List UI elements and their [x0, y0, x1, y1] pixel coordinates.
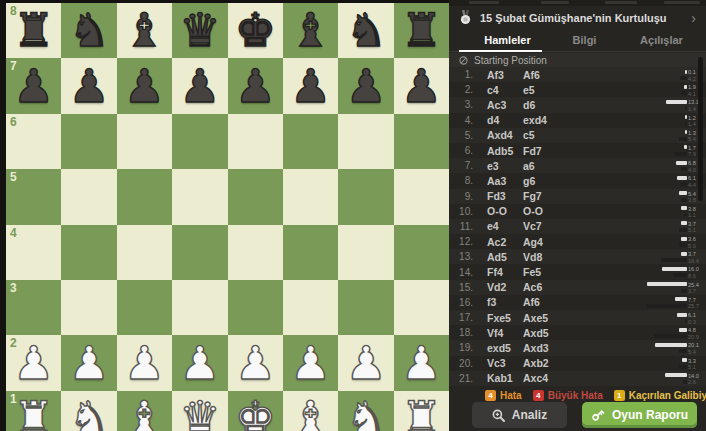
- square-f4[interactable]: [283, 225, 338, 280]
- white-time-bar: 3.6: [681, 236, 702, 241]
- white-move[interactable]: Ff4: [487, 264, 503, 279]
- event-header[interactable]: 15 Şubat Gümüşhane'nin Kurtuluşu ›: [449, 6, 706, 29]
- square-c3[interactable]: [117, 280, 172, 335]
- piece-white-p[interactable]: ♟: [179, 336, 220, 391]
- piece-black-r[interactable]: ♜: [401, 3, 442, 58]
- white-time-bar: 3.7: [681, 221, 702, 226]
- white-time-bar: 25.4: [647, 282, 702, 287]
- move-row: 14.Ff4Fe516.08.6: [449, 264, 706, 279]
- square-d4[interactable]: [172, 225, 227, 280]
- black-time-bar: 20.9: [654, 334, 702, 339]
- move-number: 8.: [455, 173, 473, 188]
- piece-black-p[interactable]: ♟: [13, 59, 54, 114]
- starting-position-row[interactable]: Starting Position: [449, 53, 706, 67]
- move-row: 9.Fd3Fg75.43.8: [449, 189, 706, 204]
- square-f3[interactable]: [283, 280, 338, 335]
- black-move[interactable]: Af6: [523, 295, 540, 310]
- move-number: 20.: [455, 356, 473, 371]
- black-time-bar: 1.1: [685, 212, 702, 217]
- piece-white-p[interactable]: ♟: [68, 336, 109, 391]
- game-summary: 4Hata4Büyük Hata1Kaçırılan Galibiyet: [449, 388, 706, 402]
- square-h7[interactable]: ♟: [394, 58, 449, 113]
- move-row: 11.e4Vc73.75.1: [449, 219, 706, 234]
- move-number: 17.: [455, 310, 473, 325]
- move-row: 6.Adb5Fd71.77.9: [449, 143, 706, 158]
- piece-white-k[interactable]: ♚: [235, 391, 276, 431]
- piece-black-p[interactable]: ♟: [345, 59, 386, 114]
- summary-count-badge: 1: [614, 390, 625, 401]
- square-f8[interactable]: ♝: [283, 3, 338, 58]
- white-move[interactable]: f3: [487, 295, 496, 310]
- chess-board[interactable]: 8♜♞♝♛♚♝♞♜7♟♟♟♟♟♟♟♟65432♟♟♟♟♟♟♟♟1♜♞♝♛♚♝♞♜: [6, 3, 449, 431]
- piece-black-b[interactable]: ♝: [124, 3, 165, 58]
- piece-black-p[interactable]: ♟: [235, 59, 276, 114]
- magnifier-plus-icon: [492, 409, 505, 422]
- move-number: 1.: [455, 67, 473, 82]
- black-move[interactable]: Vd8: [523, 249, 542, 264]
- black-time-bar: 8.6: [673, 273, 702, 278]
- rank-label-5: 5: [10, 170, 17, 184]
- black-move[interactable]: e5: [523, 82, 535, 97]
- piece-white-p[interactable]: ♟: [290, 336, 331, 391]
- square-e1[interactable]: ♚: [228, 391, 283, 431]
- square-d7[interactable]: ♟: [172, 58, 227, 113]
- black-move[interactable]: Axc4: [523, 371, 548, 386]
- black-move[interactable]: d6: [523, 97, 535, 112]
- black-move[interactable]: g6: [523, 173, 535, 188]
- white-move[interactable]: Aa3: [487, 173, 506, 188]
- black-move[interactable]: Af6: [523, 67, 540, 82]
- square-f2[interactable]: ♟: [283, 335, 338, 390]
- summary-label: Büyük Hata: [548, 390, 603, 401]
- white-move[interactable]: Ad5: [487, 249, 507, 264]
- square-a7[interactable]: 7♟: [6, 58, 61, 113]
- black-move[interactable]: Ag4: [523, 234, 543, 249]
- square-h2[interactable]: ♟: [394, 335, 449, 390]
- square-e8[interactable]: ♚: [228, 3, 283, 58]
- tab-hamleler[interactable]: Hamleler: [469, 29, 546, 51]
- move-row: 8.Aa3g66.14.4: [449, 173, 706, 188]
- square-g2[interactable]: ♟: [338, 335, 393, 390]
- black-move[interactable]: Vc7: [523, 219, 542, 234]
- black-time-bar: 2.6: [683, 379, 702, 384]
- tab-bilgi[interactable]: Bilgi: [546, 29, 623, 51]
- move-number: 18.: [455, 325, 473, 340]
- summary-ka-r-lan-galibiyet[interactable]: 1Kaçırılan Galibiyet: [614, 390, 706, 401]
- move-row: 18.Vf4Axd54.820.9: [449, 325, 706, 340]
- white-move[interactable]: c4: [487, 82, 499, 97]
- square-b3[interactable]: [61, 280, 116, 335]
- white-time-bar: 3.7: [681, 251, 702, 256]
- move-number: 4.: [455, 113, 473, 128]
- square-h6[interactable]: [394, 114, 449, 169]
- square-a5[interactable]: 5: [6, 169, 61, 224]
- square-a1[interactable]: 1♜: [6, 391, 61, 431]
- move-number: 11.: [455, 219, 473, 234]
- move-row: 5.Axd4c51.35.4: [449, 128, 706, 143]
- white-time-bar: 4.8: [679, 327, 702, 332]
- starting-position-label: Starting Position: [474, 55, 547, 66]
- white-time-bar: 3.8: [681, 206, 702, 211]
- square-b1[interactable]: ♞: [61, 391, 116, 431]
- move-number: 21.: [455, 371, 473, 386]
- square-b5[interactable]: [61, 169, 116, 224]
- piece-black-n[interactable]: ♞: [68, 3, 109, 58]
- move-row: 3.Ac3d613.11.4: [449, 97, 706, 112]
- white-time-bar: 7.7: [675, 297, 702, 302]
- piece-white-p[interactable]: ♟: [235, 336, 276, 391]
- white-move[interactable]: Axd4: [487, 128, 513, 143]
- square-g7[interactable]: ♟: [338, 58, 393, 113]
- black-time-bar: 5.4: [679, 349, 703, 354]
- white-move[interactable]: e3: [487, 158, 499, 173]
- move-row: 1.Af3Af60.14.2: [449, 67, 706, 82]
- square-a8[interactable]: 8♜: [6, 3, 61, 58]
- game-report-button[interactable]: Oyun Raporu: [582, 402, 697, 428]
- white-move[interactable]: Kab1: [487, 371, 513, 386]
- square-e3[interactable]: [228, 280, 283, 335]
- tab-bar: HamlelerBilgiAçılışlar: [449, 29, 706, 52]
- white-time-bar: 16.0: [662, 266, 702, 271]
- medal-icon: [459, 10, 472, 25]
- white-move[interactable]: Af3: [487, 67, 504, 82]
- move-number: 12.: [455, 234, 473, 249]
- square-c1[interactable]: ♝: [117, 391, 172, 431]
- chevron-right-icon[interactable]: ›: [691, 11, 696, 25]
- slashed-circle-icon: [459, 56, 468, 65]
- analysis-panel: 15 Şubat Gümüşhane'nin Kurtuluşu › Hamle…: [449, 0, 706, 431]
- white-move[interactable]: Vd2: [487, 280, 506, 295]
- rank-label-1: 1: [10, 392, 17, 406]
- move-row: 15.Vd2Ac625.43.7: [449, 280, 706, 295]
- white-move[interactable]: Ac2: [487, 234, 506, 249]
- piece-black-p[interactable]: ♟: [124, 59, 165, 114]
- square-g8[interactable]: ♞: [338, 3, 393, 58]
- piece-white-n[interactable]: ♞: [68, 391, 109, 431]
- move-number: 15.: [455, 280, 473, 295]
- summary-label: Hata: [500, 390, 522, 401]
- piece-black-b[interactable]: ♝: [290, 3, 331, 58]
- game-report-button-label: Oyun Raporu: [612, 408, 688, 422]
- piece-white-r[interactable]: ♜: [401, 391, 442, 431]
- move-number: 6.: [455, 143, 473, 158]
- square-f1[interactable]: ♝: [283, 391, 338, 431]
- square-d6[interactable]: [172, 114, 227, 169]
- square-b4[interactable]: [61, 225, 116, 280]
- move-list: Starting Position 1.Af3Af60.14.22.c4e51.…: [449, 53, 706, 386]
- move-row: 16.f3Af67.725.7: [449, 295, 706, 310]
- move-number: 5.: [455, 128, 473, 143]
- square-g6[interactable]: [338, 114, 393, 169]
- square-b7[interactable]: ♟: [61, 58, 116, 113]
- square-e5[interactable]: [228, 169, 283, 224]
- rank-label-2: 2: [10, 336, 17, 350]
- move-number: 14.: [455, 264, 473, 279]
- move-number: 9.: [455, 189, 473, 204]
- piece-black-q[interactable]: ♛: [179, 3, 220, 58]
- square-d2[interactable]: ♟: [172, 335, 227, 390]
- square-a6[interactable]: 6: [6, 114, 61, 169]
- black-move[interactable]: Ac6: [523, 280, 542, 295]
- move-row: 17.Fxe5Axe56.10.3: [449, 310, 706, 325]
- piece-white-p[interactable]: ♟: [401, 336, 442, 391]
- square-b8[interactable]: ♞: [61, 3, 116, 58]
- piece-white-p[interactable]: ♟: [345, 336, 386, 391]
- rank-label-7: 7: [10, 59, 17, 73]
- white-move[interactable]: Vf4: [487, 325, 503, 340]
- analyze-button[interactable]: Analiz: [472, 402, 567, 428]
- piece-black-p[interactable]: ♟: [179, 59, 220, 114]
- white-move[interactable]: Adb5: [487, 143, 513, 158]
- move-row: 20.Vc3Axb23.35.1: [449, 356, 706, 371]
- piece-black-k[interactable]: ♚: [235, 3, 276, 58]
- square-a4[interactable]: 4: [6, 225, 61, 280]
- rank-label-4: 4: [10, 226, 17, 240]
- white-move[interactable]: exd5: [487, 340, 511, 355]
- piece-black-n[interactable]: ♞: [345, 3, 386, 58]
- black-move[interactable]: Fg7: [523, 189, 542, 204]
- move-number: 13.: [455, 249, 473, 264]
- black-move[interactable]: a6: [523, 158, 535, 173]
- piece-black-p[interactable]: ♟: [68, 59, 109, 114]
- square-c7[interactable]: ♟: [117, 58, 172, 113]
- black-move[interactable]: c5: [523, 128, 535, 143]
- active-tab-underline: [459, 50, 542, 52]
- square-h4[interactable]: [394, 225, 449, 280]
- square-c8[interactable]: ♝: [117, 3, 172, 58]
- move-row: 4.d4exd41.21.4: [449, 113, 706, 128]
- summary-b-y-k-hata[interactable]: 4Büyük Hata: [533, 390, 603, 401]
- white-move[interactable]: e4: [487, 219, 499, 234]
- square-c6[interactable]: [117, 114, 172, 169]
- black-time-bar: 5.1: [679, 364, 702, 369]
- move-number: 3.: [455, 97, 473, 112]
- black-move[interactable]: Fe5: [523, 264, 541, 279]
- move-number: 7.: [455, 158, 473, 173]
- summary-count-badge: 4: [533, 390, 544, 401]
- piece-white-p[interactable]: ♟: [124, 336, 165, 391]
- square-e2[interactable]: ♟: [228, 335, 283, 390]
- square-a3[interactable]: 3: [6, 280, 61, 335]
- white-move[interactable]: d4: [487, 113, 499, 128]
- black-time-bar: 25.7: [646, 303, 702, 308]
- black-time-bar: 5.0: [679, 243, 702, 248]
- square-h1[interactable]: ♜: [394, 391, 449, 431]
- black-move[interactable]: Axd5: [523, 325, 549, 340]
- square-c5[interactable]: [117, 169, 172, 224]
- white-time-bar: 13.1: [666, 99, 702, 104]
- rank-label-3: 3: [10, 281, 17, 295]
- summary-count-badge: 4: [485, 390, 496, 401]
- piece-white-r[interactable]: ♜: [13, 391, 54, 431]
- white-time-bar: 3.3: [682, 358, 702, 363]
- square-h5[interactable]: [394, 169, 449, 224]
- square-g3[interactable]: [338, 280, 393, 335]
- square-f7[interactable]: ♟: [283, 58, 338, 113]
- piece-black-p[interactable]: ♟: [401, 59, 442, 114]
- move-number: 19.: [455, 340, 473, 355]
- event-title: 15 Şubat Gümüşhane'nin Kurtuluşu: [480, 12, 687, 24]
- black-move[interactable]: Axb2: [523, 356, 549, 371]
- summary-hata[interactable]: 4Hata: [485, 390, 522, 401]
- square-g1[interactable]: ♞: [338, 391, 393, 431]
- black-time-bar: 3.7: [681, 288, 702, 293]
- square-d3[interactable]: [172, 280, 227, 335]
- piece-white-q[interactable]: ♛: [179, 391, 220, 431]
- black-move[interactable]: Fd7: [523, 143, 542, 158]
- piece-white-n[interactable]: ♞: [345, 391, 386, 431]
- white-move[interactable]: Vc3: [487, 356, 506, 371]
- piece-white-p[interactable]: ♟: [13, 336, 54, 391]
- square-e7[interactable]: ♟: [228, 58, 283, 113]
- move-row: 10.O-OO-O3.81.1: [449, 204, 706, 219]
- piece-white-b[interactable]: ♝: [290, 391, 331, 431]
- white-time-bar: 20.1: [655, 342, 702, 347]
- tab-açılışlar[interactable]: Açılışlar: [623, 29, 700, 51]
- key-icon: [591, 408, 605, 422]
- move-number: 10.: [455, 204, 473, 219]
- square-d8[interactable]: ♛: [172, 3, 227, 58]
- square-a2[interactable]: 2♟: [6, 335, 61, 390]
- square-d5[interactable]: [172, 169, 227, 224]
- square-b2[interactable]: ♟: [61, 335, 116, 390]
- black-time-bar: 16.4: [661, 258, 702, 263]
- move-row: 21.Kab1Axc414.02.6: [449, 371, 706, 386]
- summary-label: Kaçırılan Galibiyet: [629, 390, 706, 401]
- move-row: 12.Ac2Ag43.65.0: [449, 234, 706, 249]
- square-f6[interactable]: [283, 114, 338, 169]
- square-e6[interactable]: [228, 114, 283, 169]
- square-b6[interactable]: [61, 114, 116, 169]
- piece-black-r[interactable]: ♜: [13, 3, 54, 58]
- black-move[interactable]: Axe5: [523, 310, 548, 325]
- white-move[interactable]: Ac3: [487, 97, 506, 112]
- white-move[interactable]: Fxe5: [487, 310, 511, 325]
- move-row: 7.e3a66.84.0: [449, 158, 706, 173]
- piece-white-b[interactable]: ♝: [124, 391, 165, 431]
- black-move[interactable]: exd4: [523, 113, 547, 128]
- square-c2[interactable]: ♟: [117, 335, 172, 390]
- black-time-bar: 5.1: [679, 227, 702, 232]
- move-row: 13.Ad5Vd83.716.4: [449, 249, 706, 264]
- rank-label-8: 8: [10, 4, 17, 18]
- square-d1[interactable]: ♛: [172, 391, 227, 431]
- square-e4[interactable]: [228, 225, 283, 280]
- white-move[interactable]: O-O: [487, 204, 507, 219]
- scrollbar-thumb[interactable]: [698, 57, 703, 201]
- black-time-bar: 0.3: [685, 319, 702, 324]
- square-g5[interactable]: [338, 169, 393, 224]
- black-move[interactable]: Axd3: [523, 340, 549, 355]
- black-move[interactable]: O-O: [523, 204, 543, 219]
- move-row: 2.c4e51.94.1: [449, 82, 706, 97]
- square-c4[interactable]: [117, 225, 172, 280]
- square-g4[interactable]: [338, 225, 393, 280]
- square-h3[interactable]: [394, 280, 449, 335]
- move-number: 16.: [455, 295, 473, 310]
- action-buttons: Analiz Oyun Raporu: [449, 402, 706, 429]
- piece-black-p[interactable]: ♟: [290, 59, 331, 114]
- white-time-bar: 6.1: [677, 312, 702, 317]
- square-h8[interactable]: ♜: [394, 3, 449, 58]
- white-time-bar: 14.0: [665, 373, 702, 378]
- white-move[interactable]: Fd3: [487, 189, 506, 204]
- rank-label-6: 6: [10, 115, 17, 129]
- analyze-button-label: Analiz: [512, 408, 547, 422]
- move-number: 2.: [455, 82, 473, 97]
- square-f5[interactable]: [283, 169, 338, 224]
- move-row: 19.exd5Axd320.15.4: [449, 340, 706, 355]
